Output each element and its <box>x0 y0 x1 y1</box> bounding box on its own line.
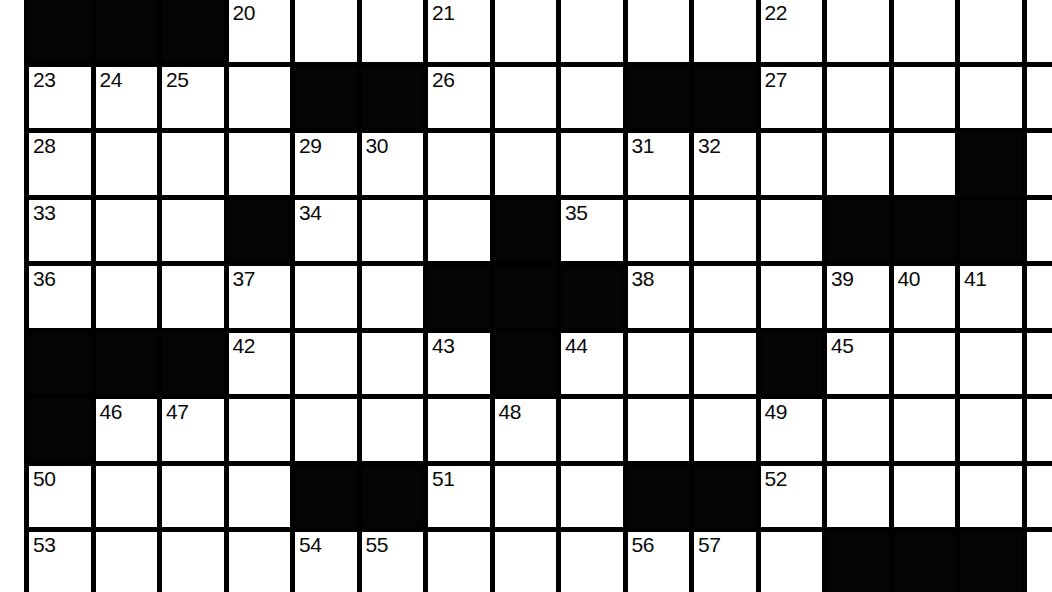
cell-r8c10 <box>628 466 690 528</box>
cell-r5c4[interactable]: 37 <box>229 266 291 328</box>
cell-r2c1[interactable]: 23 <box>29 67 91 129</box>
cell-r9c3[interactable] <box>162 532 224 592</box>
cell-r2c4[interactable] <box>229 67 291 129</box>
cell-r8c5 <box>295 466 357 528</box>
cell-r9c9[interactable] <box>561 532 623 592</box>
cell-r5c6[interactable] <box>362 266 424 328</box>
clue-number: 48 <box>499 400 521 424</box>
cell-r8c15[interactable] <box>960 466 1022 528</box>
cell-r8c7[interactable]: 51 <box>428 466 490 528</box>
cell-r6c10[interactable] <box>628 333 690 395</box>
cell-r7c2[interactable]: 46 <box>96 399 158 461</box>
cell-r4c10[interactable] <box>628 200 690 262</box>
cell-r8c3[interactable] <box>162 466 224 528</box>
cell-r3c4[interactable] <box>229 133 291 195</box>
clue-number: 53 <box>33 533 55 557</box>
cell-r1c10[interactable] <box>628 0 690 62</box>
clue-number: 49 <box>765 400 787 424</box>
cell-r5c2[interactable] <box>96 266 158 328</box>
cell-r6c15[interactable] <box>960 333 1022 395</box>
cell-r1c16[interactable] <box>1027 0 1052 62</box>
cell-r8c2[interactable] <box>96 466 158 528</box>
cell-r7c14[interactable] <box>894 399 956 461</box>
clue-number: 52 <box>765 467 787 491</box>
cell-r4c7[interactable] <box>428 200 490 262</box>
clue-number: 32 <box>698 134 720 158</box>
cell-r6c13[interactable]: 45 <box>827 333 889 395</box>
cell-r2c16[interactable] <box>1027 67 1052 129</box>
clue-number: 21 <box>432 1 454 25</box>
cell-r4c16[interactable] <box>1027 200 1052 262</box>
cell-r4c13 <box>827 200 889 262</box>
cell-r1c9[interactable] <box>561 0 623 62</box>
cell-r9c14 <box>894 532 956 592</box>
cell-r2c8[interactable] <box>495 67 557 129</box>
cell-r5c8 <box>495 266 557 328</box>
clue-number: 45 <box>831 334 853 358</box>
clue-number: 31 <box>632 134 654 158</box>
cell-r9c7[interactable] <box>428 532 490 592</box>
cell-r6c11[interactable] <box>694 333 756 395</box>
cell-r9c6[interactable]: 55 <box>362 532 424 592</box>
cell-r5c10[interactable]: 38 <box>628 266 690 328</box>
cell-r5c11[interactable] <box>694 266 756 328</box>
cell-r6c8 <box>495 333 557 395</box>
clue-number: 22 <box>765 1 787 25</box>
clue-number: 55 <box>366 533 388 557</box>
crossword-page: 2021222324252627282930313233343536373839… <box>0 0 1052 592</box>
cell-r6c1 <box>29 333 91 395</box>
clue-number: 44 <box>565 334 587 358</box>
cell-r2c9[interactable] <box>561 67 623 129</box>
cell-r7c11[interactable] <box>694 399 756 461</box>
cell-r7c4[interactable] <box>229 399 291 461</box>
cell-r3c12[interactable] <box>761 133 823 195</box>
cell-r9c4[interactable] <box>229 532 291 592</box>
cell-r2c6 <box>362 67 424 129</box>
clue-number: 36 <box>33 267 55 291</box>
cell-r6c9[interactable]: 44 <box>561 333 623 395</box>
clue-number: 37 <box>233 267 255 291</box>
cell-r4c4 <box>229 200 291 262</box>
cell-r8c6 <box>362 466 424 528</box>
cell-r2c7[interactable]: 26 <box>428 67 490 129</box>
cell-r6c4[interactable]: 42 <box>229 333 291 395</box>
cell-r2c15[interactable] <box>960 67 1022 129</box>
cell-r1c12[interactable]: 22 <box>761 0 823 62</box>
clue-number: 20 <box>233 1 255 25</box>
clue-number: 50 <box>33 467 55 491</box>
cell-r3c9[interactable] <box>561 133 623 195</box>
clue-number: 42 <box>233 334 255 358</box>
cell-r1c4[interactable]: 20 <box>229 0 291 62</box>
cell-r1c14[interactable] <box>894 0 956 62</box>
cell-r3c15 <box>960 133 1022 195</box>
cell-r4c3[interactable] <box>162 200 224 262</box>
cell-r3c11[interactable]: 32 <box>694 133 756 195</box>
cell-r8c14[interactable] <box>894 466 956 528</box>
cell-r2c2[interactable]: 24 <box>96 67 158 129</box>
cell-r9c10[interactable]: 56 <box>628 532 690 592</box>
cell-r6c6[interactable] <box>362 333 424 395</box>
clue-number: 57 <box>698 533 720 557</box>
cell-r1c7[interactable]: 21 <box>428 0 490 62</box>
clue-number: 25 <box>166 68 188 92</box>
cell-r7c3[interactable]: 47 <box>162 399 224 461</box>
cell-r7c10[interactable] <box>628 399 690 461</box>
cell-r9c5[interactable]: 54 <box>295 532 357 592</box>
cell-r2c10 <box>628 67 690 129</box>
cell-r5c13[interactable]: 39 <box>827 266 889 328</box>
cell-r4c2[interactable] <box>96 200 158 262</box>
cell-r6c7[interactable]: 43 <box>428 333 490 395</box>
cell-r4c1[interactable]: 33 <box>29 200 91 262</box>
cell-r7c15[interactable] <box>960 399 1022 461</box>
cell-r9c8[interactable] <box>495 532 557 592</box>
cell-r5c16[interactable] <box>1027 266 1052 328</box>
clue-number: 23 <box>33 68 55 92</box>
cell-r1c8[interactable] <box>495 0 557 62</box>
cell-r9c13 <box>827 532 889 592</box>
cell-r7c5[interactable] <box>295 399 357 461</box>
clue-number: 35 <box>565 201 587 225</box>
clue-number: 30 <box>366 134 388 158</box>
cell-r3c8[interactable] <box>495 133 557 195</box>
cell-r7c1 <box>29 399 91 461</box>
cell-r8c16[interactable] <box>1027 466 1052 528</box>
cell-r1c2 <box>96 0 158 62</box>
clue-number: 24 <box>100 68 122 92</box>
cell-r3c2[interactable] <box>96 133 158 195</box>
cell-r2c12[interactable]: 27 <box>761 67 823 129</box>
cell-r4c5[interactable]: 34 <box>295 200 357 262</box>
cell-r9c1[interactable]: 53 <box>29 532 91 592</box>
cell-r7c6[interactable] <box>362 399 424 461</box>
clue-number: 47 <box>166 400 188 424</box>
cell-r9c12[interactable] <box>761 532 823 592</box>
cell-r5c7 <box>428 266 490 328</box>
cell-r4c15 <box>960 200 1022 262</box>
cell-r4c14 <box>894 200 956 262</box>
cell-r1c6[interactable] <box>362 0 424 62</box>
cell-r1c3 <box>162 0 224 62</box>
cell-r2c11 <box>694 67 756 129</box>
cell-r5c5[interactable] <box>295 266 357 328</box>
cell-r8c13[interactable] <box>827 466 889 528</box>
cell-r3c14[interactable] <box>894 133 956 195</box>
clue-number: 56 <box>632 533 654 557</box>
cell-r1c15[interactable] <box>960 0 1022 62</box>
crossword-grid: 2021222324252627282930313233343536373839… <box>24 0 1052 592</box>
cell-r6c5[interactable] <box>295 333 357 395</box>
clue-number: 29 <box>299 134 321 158</box>
cell-r7c9[interactable] <box>561 399 623 461</box>
cell-r8c8[interactable] <box>495 466 557 528</box>
cell-r3c5[interactable]: 29 <box>295 133 357 195</box>
clue-number: 38 <box>632 267 654 291</box>
cell-r3c3[interactable] <box>162 133 224 195</box>
cell-r3c13[interactable] <box>827 133 889 195</box>
cell-r5c3[interactable] <box>162 266 224 328</box>
clue-number: 46 <box>100 400 122 424</box>
clue-number: 54 <box>299 533 321 557</box>
cell-r6c2 <box>96 333 158 395</box>
cell-r8c1[interactable]: 50 <box>29 466 91 528</box>
cell-r3c16[interactable] <box>1027 133 1052 195</box>
cell-r3c10[interactable]: 31 <box>628 133 690 195</box>
cell-r5c1[interactable]: 36 <box>29 266 91 328</box>
cell-r1c11[interactable] <box>694 0 756 62</box>
cell-r8c11 <box>694 466 756 528</box>
cell-r2c3[interactable]: 25 <box>162 67 224 129</box>
clue-number: 51 <box>432 467 454 491</box>
cell-r6c3 <box>162 333 224 395</box>
cell-r7c7[interactable] <box>428 399 490 461</box>
cell-r8c4[interactable] <box>229 466 291 528</box>
clue-number: 33 <box>33 201 55 225</box>
cell-r7c13[interactable] <box>827 399 889 461</box>
clue-number: 39 <box>831 267 853 291</box>
cell-r2c13[interactable] <box>827 67 889 129</box>
cell-r7c12[interactable]: 49 <box>761 399 823 461</box>
clue-number: 34 <box>299 201 321 225</box>
cell-r5c15[interactable]: 41 <box>960 266 1022 328</box>
cell-r6c12 <box>761 333 823 395</box>
cell-r5c9 <box>561 266 623 328</box>
cell-r9c16[interactable] <box>1027 532 1052 592</box>
clue-number: 26 <box>432 68 454 92</box>
cell-r3c1[interactable]: 28 <box>29 133 91 195</box>
clue-number: 43 <box>432 334 454 358</box>
cell-r2c14[interactable] <box>894 67 956 129</box>
cell-r4c12[interactable] <box>761 200 823 262</box>
cell-r7c8[interactable]: 48 <box>495 399 557 461</box>
cell-r8c12[interactable]: 52 <box>761 466 823 528</box>
cell-r1c5[interactable] <box>295 0 357 62</box>
cell-r4c6[interactable] <box>362 200 424 262</box>
cell-r6c14[interactable] <box>894 333 956 395</box>
cell-r9c15 <box>960 532 1022 592</box>
cell-r4c11[interactable] <box>694 200 756 262</box>
clue-number: 41 <box>964 267 986 291</box>
cell-r5c12[interactable] <box>761 266 823 328</box>
cell-r4c8 <box>495 200 557 262</box>
cell-r9c11[interactable]: 57 <box>694 532 756 592</box>
clue-number: 27 <box>765 68 787 92</box>
cell-r3c6[interactable]: 30 <box>362 133 424 195</box>
clue-number: 40 <box>898 267 920 291</box>
cell-r3c7[interactable] <box>428 133 490 195</box>
cell-r9c2[interactable] <box>96 532 158 592</box>
cell-r8c9[interactable] <box>561 466 623 528</box>
cell-r1c13[interactable] <box>827 0 889 62</box>
cell-r4c9[interactable]: 35 <box>561 200 623 262</box>
cell-r1c1 <box>29 0 91 62</box>
cell-r2c5 <box>295 67 357 129</box>
cell-r6c16[interactable] <box>1027 333 1052 395</box>
cell-r7c16[interactable] <box>1027 399 1052 461</box>
cell-r5c14[interactable]: 40 <box>894 266 956 328</box>
clue-number: 28 <box>33 134 55 158</box>
